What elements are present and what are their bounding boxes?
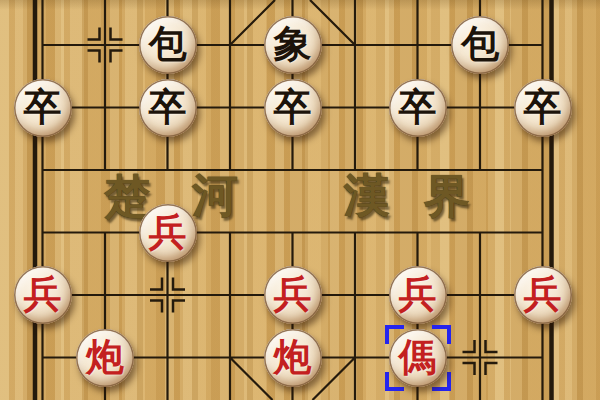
river-label: 界 — [424, 166, 470, 228]
piece-black-soldier[interactable]: 卒 — [14, 79, 72, 137]
piece-red-soldier[interactable]: 兵 — [139, 204, 197, 262]
piece-red-horse[interactable]: 傌 — [389, 329, 447, 387]
river-label: 河 — [192, 165, 238, 227]
piece-black-soldier[interactable]: 卒 — [514, 79, 572, 137]
piece-character: 兵 — [139, 204, 197, 262]
piece-character: 兵 — [389, 266, 447, 324]
piece-character: 卒 — [264, 79, 322, 137]
piece-character: 兵 — [514, 266, 572, 324]
piece-black-elephant[interactable]: 象 — [264, 16, 322, 74]
river-label: 漢 — [344, 165, 390, 227]
xiangqi-board-viewport: 楚河漢界 包象包卒卒卒卒卒兵兵兵兵炮炮傌兵 — [0, 0, 600, 400]
piece-character: 包 — [139, 16, 197, 74]
piece-black-cannon[interactable]: 包 — [451, 16, 509, 74]
piece-red-soldier[interactable]: 兵 — [389, 266, 447, 324]
piece-character: 炮 — [264, 329, 322, 387]
piece-black-cannon[interactable]: 包 — [139, 16, 197, 74]
piece-red-soldier[interactable]: 兵 — [514, 266, 572, 324]
piece-character: 傌 — [389, 329, 447, 387]
piece-black-soldier[interactable]: 卒 — [264, 79, 322, 137]
piece-character: 卒 — [139, 79, 197, 137]
piece-red-soldier[interactable]: 兵 — [264, 266, 322, 324]
piece-character: 卒 — [514, 79, 572, 137]
piece-character: 卒 — [14, 79, 72, 137]
piece-red-soldier[interactable]: 兵 — [14, 266, 72, 324]
piece-character: 包 — [451, 16, 509, 74]
piece-character: 象 — [264, 16, 322, 74]
piece-red-cannon[interactable]: 炮 — [76, 329, 134, 387]
piece-red-cannon[interactable]: 炮 — [264, 329, 322, 387]
piece-character: 卒 — [389, 79, 447, 137]
piece-black-soldier[interactable]: 卒 — [139, 79, 197, 137]
piece-black-soldier[interactable]: 卒 — [389, 79, 447, 137]
piece-character: 兵 — [14, 266, 72, 324]
piece-character: 兵 — [264, 266, 322, 324]
piece-character: 炮 — [76, 329, 134, 387]
